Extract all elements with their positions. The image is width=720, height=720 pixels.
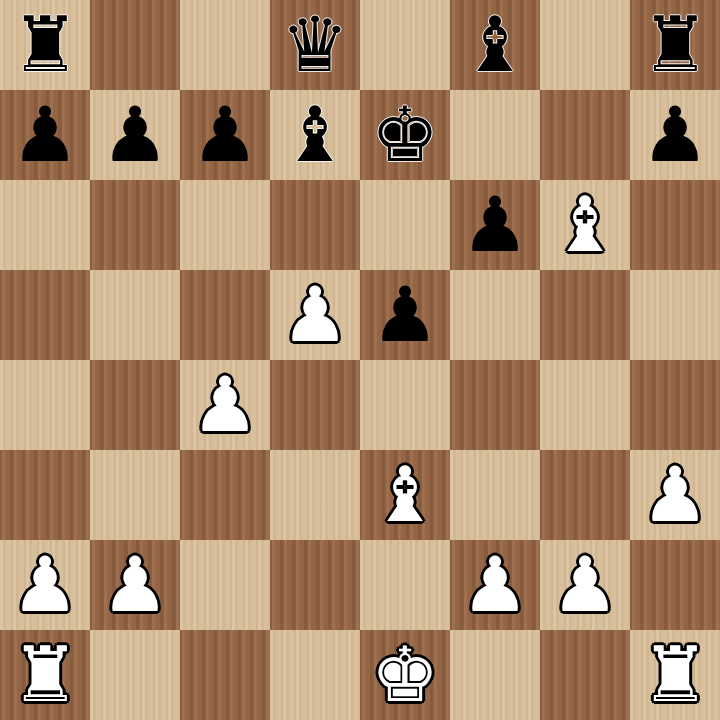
square-a5[interactable] — [0, 270, 90, 360]
square-b7[interactable]: ♟ — [90, 90, 180, 180]
white-rook[interactable]: ♜ — [641, 630, 709, 720]
white-rook[interactable]: ♜ — [11, 630, 79, 720]
white-pawn[interactable]: ♟ — [461, 540, 529, 630]
square-d3[interactable] — [270, 450, 360, 540]
square-h2[interactable] — [630, 540, 720, 630]
square-d7[interactable]: ♝ — [270, 90, 360, 180]
square-d6[interactable] — [270, 180, 360, 270]
black-rook[interactable]: ♜ — [11, 0, 79, 90]
white-pawn[interactable]: ♟ — [281, 270, 349, 360]
square-e5[interactable]: ♟ — [360, 270, 450, 360]
square-e7[interactable]: ♚ — [360, 90, 450, 180]
square-h3[interactable]: ♟ — [630, 450, 720, 540]
square-g6[interactable]: ♝ — [540, 180, 630, 270]
square-e6[interactable] — [360, 180, 450, 270]
square-c4[interactable]: ♟ — [180, 360, 270, 450]
square-e3[interactable]: ♝ — [360, 450, 450, 540]
square-h7[interactable]: ♟ — [630, 90, 720, 180]
square-d4[interactable] — [270, 360, 360, 450]
square-c2[interactable] — [180, 540, 270, 630]
white-pawn[interactable]: ♟ — [11, 540, 79, 630]
square-e2[interactable] — [360, 540, 450, 630]
square-a4[interactable] — [0, 360, 90, 450]
square-a1[interactable]: ♜ — [0, 630, 90, 720]
square-c3[interactable] — [180, 450, 270, 540]
white-pawn[interactable]: ♟ — [191, 360, 259, 450]
square-f1[interactable] — [450, 630, 540, 720]
square-f7[interactable] — [450, 90, 540, 180]
black-bishop[interactable]: ♝ — [461, 0, 529, 90]
square-e4[interactable] — [360, 360, 450, 450]
square-b2[interactable]: ♟ — [90, 540, 180, 630]
square-e1[interactable]: ♚ — [360, 630, 450, 720]
square-h4[interactable] — [630, 360, 720, 450]
square-a6[interactable] — [0, 180, 90, 270]
square-e8[interactable] — [360, 0, 450, 90]
black-pawn[interactable]: ♟ — [371, 270, 439, 360]
square-f6[interactable]: ♟ — [450, 180, 540, 270]
square-f3[interactable] — [450, 450, 540, 540]
black-pawn[interactable]: ♟ — [641, 90, 709, 180]
white-bishop[interactable]: ♝ — [551, 180, 619, 270]
square-d8[interactable]: ♛ — [270, 0, 360, 90]
square-g5[interactable] — [540, 270, 630, 360]
square-c7[interactable]: ♟ — [180, 90, 270, 180]
square-d2[interactable] — [270, 540, 360, 630]
black-pawn[interactable]: ♟ — [461, 180, 529, 270]
square-b6[interactable] — [90, 180, 180, 270]
square-b4[interactable] — [90, 360, 180, 450]
square-f8[interactable]: ♝ — [450, 0, 540, 90]
white-pawn[interactable]: ♟ — [641, 450, 709, 540]
square-a8[interactable]: ♜ — [0, 0, 90, 90]
square-b8[interactable] — [90, 0, 180, 90]
square-g7[interactable] — [540, 90, 630, 180]
square-g4[interactable] — [540, 360, 630, 450]
square-f5[interactable] — [450, 270, 540, 360]
square-g8[interactable] — [540, 0, 630, 90]
square-b5[interactable] — [90, 270, 180, 360]
black-pawn[interactable]: ♟ — [11, 90, 79, 180]
white-pawn[interactable]: ♟ — [101, 540, 169, 630]
white-bishop[interactable]: ♝ — [371, 450, 439, 540]
square-c1[interactable] — [180, 630, 270, 720]
square-f2[interactable]: ♟ — [450, 540, 540, 630]
white-king[interactable]: ♚ — [371, 630, 439, 720]
black-queen[interactable]: ♛ — [281, 0, 349, 90]
black-king[interactable]: ♚ — [371, 90, 439, 180]
square-g1[interactable] — [540, 630, 630, 720]
square-h6[interactable] — [630, 180, 720, 270]
square-g2[interactable]: ♟ — [540, 540, 630, 630]
black-pawn[interactable]: ♟ — [101, 90, 169, 180]
square-d1[interactable] — [270, 630, 360, 720]
square-a7[interactable]: ♟ — [0, 90, 90, 180]
square-b3[interactable] — [90, 450, 180, 540]
square-b1[interactable] — [90, 630, 180, 720]
square-h5[interactable] — [630, 270, 720, 360]
square-d5[interactable]: ♟ — [270, 270, 360, 360]
black-rook[interactable]: ♜ — [641, 0, 709, 90]
square-c5[interactable] — [180, 270, 270, 360]
square-a3[interactable] — [0, 450, 90, 540]
square-f4[interactable] — [450, 360, 540, 450]
square-h8[interactable]: ♜ — [630, 0, 720, 90]
black-pawn[interactable]: ♟ — [191, 90, 259, 180]
square-c6[interactable] — [180, 180, 270, 270]
square-g3[interactable] — [540, 450, 630, 540]
square-h1[interactable]: ♜ — [630, 630, 720, 720]
square-c8[interactable] — [180, 0, 270, 90]
chess-board: ♜♛♝♜♟♟♟♝♚♟♟♝♟♟♟♝♟♟♟♟♟♜♚♜ — [0, 0, 720, 720]
square-a2[interactable]: ♟ — [0, 540, 90, 630]
black-bishop[interactable]: ♝ — [281, 90, 349, 180]
white-pawn[interactable]: ♟ — [551, 540, 619, 630]
